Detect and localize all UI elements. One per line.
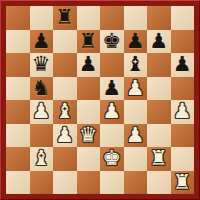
square-c8[interactable]: ♜ [53, 6, 77, 30]
square-d1[interactable] [77, 171, 101, 195]
piece-white-pawn-h4: ♟ [173, 100, 192, 123]
square-d2[interactable] [77, 147, 101, 171]
square-h4[interactable]: ♟ [171, 100, 195, 124]
square-h1[interactable]: ♜ [171, 171, 195, 195]
square-a1[interactable] [6, 171, 30, 195]
square-e4[interactable]: ♟ [100, 100, 124, 124]
square-h7[interactable] [171, 30, 195, 54]
piece-black-pawn-h6: ♟ [173, 53, 192, 76]
square-c6[interactable] [53, 53, 77, 77]
square-d4[interactable] [77, 100, 101, 124]
piece-black-rook-d7: ♜ [79, 30, 98, 53]
square-a7[interactable] [6, 30, 30, 54]
square-g7[interactable]: ♟ [147, 30, 171, 54]
square-h5[interactable] [171, 77, 195, 101]
square-g2[interactable]: ♜ [147, 147, 171, 171]
square-a4[interactable] [6, 100, 30, 124]
piece-black-pawn-b7: ♟ [32, 30, 51, 53]
piece-white-pawn-b4: ♟ [32, 100, 51, 123]
square-e2[interactable]: ♚ [100, 147, 124, 171]
square-a3[interactable] [6, 124, 30, 148]
square-b5[interactable]: ♞ [30, 77, 54, 101]
square-f2[interactable] [124, 147, 148, 171]
piece-black-pawn-g7: ♟ [149, 30, 168, 53]
square-b3[interactable] [30, 124, 54, 148]
square-h6[interactable]: ♟ [171, 53, 195, 77]
square-e6[interactable] [100, 53, 124, 77]
square-b4[interactable]: ♟ [30, 100, 54, 124]
square-e7[interactable]: ♚ [100, 30, 124, 54]
square-d5[interactable] [77, 77, 101, 101]
square-e1[interactable] [100, 171, 124, 195]
piece-white-pawn-f5: ♟ [126, 77, 145, 100]
square-c3[interactable]: ♟ [53, 124, 77, 148]
square-b7[interactable]: ♟ [30, 30, 54, 54]
square-f4[interactable] [124, 100, 148, 124]
square-a2[interactable] [6, 147, 30, 171]
piece-white-bishop-b2: ♝ [32, 147, 51, 170]
piece-white-rook-g2: ♜ [149, 147, 168, 170]
square-h2[interactable] [171, 147, 195, 171]
square-b2[interactable]: ♝ [30, 147, 54, 171]
square-e5[interactable]: ♟ [100, 77, 124, 101]
square-g4[interactable] [147, 100, 171, 124]
square-e3[interactable] [100, 124, 124, 148]
square-g3[interactable] [147, 124, 171, 148]
piece-black-pawn-d6: ♟ [79, 53, 98, 76]
square-e8[interactable] [100, 6, 124, 30]
square-d8[interactable] [77, 6, 101, 30]
piece-black-queen-b6: ♛ [32, 53, 51, 76]
piece-white-queen-d3: ♛ [79, 124, 98, 147]
piece-black-king-e7: ♚ [102, 30, 121, 53]
piece-black-pawn-f7: ♟ [126, 30, 145, 53]
square-f3[interactable]: ♟ [124, 124, 148, 148]
piece-white-rook-h1: ♜ [173, 171, 192, 194]
piece-white-pawn-f3: ♟ [126, 124, 145, 147]
square-c7[interactable] [53, 30, 77, 54]
square-d3[interactable]: ♛ [77, 124, 101, 148]
square-d6[interactable]: ♟ [77, 53, 101, 77]
square-a5[interactable] [6, 77, 30, 101]
piece-white-pawn-c3: ♟ [55, 124, 74, 147]
square-h8[interactable] [171, 6, 195, 30]
square-a8[interactable] [6, 6, 30, 30]
square-c2[interactable] [53, 147, 77, 171]
square-g5[interactable] [147, 77, 171, 101]
piece-white-pawn-e4: ♟ [102, 100, 121, 123]
piece-black-rook-c8: ♜ [55, 6, 74, 29]
square-f6[interactable]: ♝ [124, 53, 148, 77]
chess-board: ♜♟♜♚♟♟♛♟♝♟♞♟♟♟♝♟♟♟♛♟♝♚♜♜ [6, 6, 194, 194]
square-c5[interactable] [53, 77, 77, 101]
square-b6[interactable]: ♛ [30, 53, 54, 77]
square-f5[interactable]: ♟ [124, 77, 148, 101]
piece-white-bishop-c4: ♝ [55, 100, 74, 123]
square-c4[interactable]: ♝ [53, 100, 77, 124]
piece-white-king-e2: ♚ [102, 147, 121, 170]
square-b1[interactable] [30, 171, 54, 195]
square-f8[interactable] [124, 6, 148, 30]
square-b8[interactable] [30, 6, 54, 30]
square-g8[interactable] [147, 6, 171, 30]
piece-black-pawn-e5: ♟ [102, 77, 121, 100]
square-g6[interactable] [147, 53, 171, 77]
square-f7[interactable]: ♟ [124, 30, 148, 54]
square-c1[interactable] [53, 171, 77, 195]
piece-black-knight-b5: ♞ [32, 77, 51, 100]
square-g1[interactable] [147, 171, 171, 195]
square-h3[interactable] [171, 124, 195, 148]
piece-black-bishop-f6: ♝ [126, 53, 145, 76]
square-f1[interactable] [124, 171, 148, 195]
chess-board-frame: ♜♟♜♚♟♟♛♟♝♟♞♟♟♟♝♟♟♟♛♟♝♚♜♜ [0, 0, 200, 200]
square-d7[interactable]: ♜ [77, 30, 101, 54]
square-a6[interactable] [6, 53, 30, 77]
